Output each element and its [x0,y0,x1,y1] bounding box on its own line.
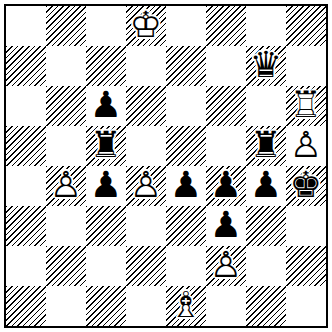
square-b1[interactable] [46,286,86,326]
piece-black-pawn-f4[interactable]: ♟ [206,166,246,206]
piece-black-pawn-c4[interactable]: ♟ [86,166,126,206]
white-king-icon: ♔ [130,7,162,43]
piece-black-queen-g7[interactable]: ♛ [246,46,286,86]
square-d8[interactable]: ♚♔ [126,6,166,46]
square-h6[interactable]: ♜♖ [286,86,326,126]
square-d7[interactable] [126,46,166,86]
square-g2[interactable] [246,246,286,286]
piece-black-pawn-c6[interactable]: ♟ [86,86,126,126]
square-h3[interactable] [286,206,326,246]
square-a3[interactable] [6,206,46,246]
piece-black-king-h4[interactable]: ♚ [286,166,326,206]
square-h2[interactable] [286,246,326,286]
square-e2[interactable] [166,246,206,286]
piece-white-rook-h6[interactable]: ♜♖ [286,86,326,126]
black-pawn-icon: ♟ [170,167,202,203]
white-rook-icon: ♖ [290,87,322,123]
piece-black-pawn-g4[interactable]: ♟ [246,166,286,206]
square-e7[interactable] [166,46,206,86]
square-h8[interactable] [286,6,326,46]
square-e3[interactable] [166,206,206,246]
piece-black-pawn-f3[interactable]: ♟ [206,206,246,246]
piece-white-bishop-e1[interactable]: ♝♗ [166,286,206,326]
square-d5[interactable] [126,126,166,166]
square-f8[interactable] [206,6,246,46]
square-c1[interactable] [86,286,126,326]
square-f5[interactable] [206,126,246,166]
piece-white-pawn-b4[interactable]: ♟♙ [46,166,86,206]
square-f3[interactable]: ♟ [206,206,246,246]
square-d3[interactable] [126,206,166,246]
square-b2[interactable] [46,246,86,286]
square-a1[interactable] [6,286,46,326]
square-b7[interactable] [46,46,86,86]
piece-white-king-d8[interactable]: ♚♔ [126,6,166,46]
square-c4[interactable]: ♟ [86,166,126,206]
square-f2[interactable]: ♟♙ [206,246,246,286]
chess-diagram: ♚♔♛♟♜♖♜♜♟♙♟♙♟♟♙♟♟♟♚♟♟♙♝♗ [4,4,328,328]
square-g7[interactable]: ♛ [246,46,286,86]
black-pawn-icon: ♟ [90,87,122,123]
square-c2[interactable] [86,246,126,286]
black-pawn-icon: ♟ [210,167,242,203]
square-a8[interactable] [6,6,46,46]
white-pawn-icon: ♙ [290,127,322,163]
square-b6[interactable] [46,86,86,126]
square-g4[interactable]: ♟ [246,166,286,206]
square-h5[interactable]: ♟♙ [286,126,326,166]
square-b8[interactable] [46,6,86,46]
square-f1[interactable] [206,286,246,326]
square-c3[interactable] [86,206,126,246]
square-c5[interactable]: ♜ [86,126,126,166]
black-pawn-icon: ♟ [210,207,242,243]
square-f6[interactable] [206,86,246,126]
square-f7[interactable] [206,46,246,86]
piece-white-pawn-d4[interactable]: ♟♙ [126,166,166,206]
square-d2[interactable] [126,246,166,286]
white-bishop-icon: ♗ [170,287,202,323]
square-b4[interactable]: ♟♙ [46,166,86,206]
black-pawn-icon: ♟ [90,167,122,203]
square-h4[interactable]: ♚ [286,166,326,206]
square-h1[interactable] [286,286,326,326]
piece-black-rook-c5[interactable]: ♜ [86,126,126,166]
square-b3[interactable] [46,206,86,246]
square-d1[interactable] [126,286,166,326]
black-pawn-icon: ♟ [250,167,282,203]
piece-white-pawn-h5[interactable]: ♟♙ [286,126,326,166]
square-g6[interactable] [246,86,286,126]
piece-white-pawn-f2[interactable]: ♟♙ [206,246,246,286]
square-a2[interactable] [6,246,46,286]
square-c7[interactable] [86,46,126,86]
square-g8[interactable] [246,6,286,46]
square-f4[interactable]: ♟ [206,166,246,206]
white-pawn-icon: ♙ [130,167,162,203]
board-frame: ♚♔♛♟♜♖♜♜♟♙♟♙♟♟♙♟♟♟♚♟♟♙♝♗ [4,4,328,328]
square-a6[interactable] [6,86,46,126]
white-pawn-icon: ♙ [210,247,242,283]
square-c8[interactable] [86,6,126,46]
square-e6[interactable] [166,86,206,126]
square-e1[interactable]: ♝♗ [166,286,206,326]
chess-board: ♚♔♛♟♜♖♜♜♟♙♟♙♟♟♙♟♟♟♚♟♟♙♝♗ [6,6,326,326]
white-pawn-icon: ♙ [50,167,82,203]
square-h7[interactable] [286,46,326,86]
square-e4[interactable]: ♟ [166,166,206,206]
square-a5[interactable] [6,126,46,166]
piece-black-pawn-e4[interactable]: ♟ [166,166,206,206]
square-e5[interactable] [166,126,206,166]
square-a4[interactable] [6,166,46,206]
square-e8[interactable] [166,6,206,46]
square-c6[interactable]: ♟ [86,86,126,126]
piece-black-rook-g5[interactable]: ♜ [246,126,286,166]
black-rook-icon: ♜ [90,127,122,163]
square-g5[interactable]: ♜ [246,126,286,166]
black-king-icon: ♚ [290,167,322,203]
square-a7[interactable] [6,46,46,86]
square-d4[interactable]: ♟♙ [126,166,166,206]
square-g3[interactable] [246,206,286,246]
square-g1[interactable] [246,286,286,326]
square-b5[interactable] [46,126,86,166]
square-d6[interactable] [126,86,166,126]
black-queen-icon: ♛ [250,47,282,83]
black-rook-icon: ♜ [250,127,282,163]
